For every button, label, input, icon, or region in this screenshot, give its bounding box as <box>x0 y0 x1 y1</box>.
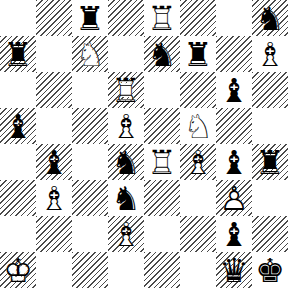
square-d3[interactable]: ♞♞ <box>108 180 144 216</box>
chess-board: ♜♜♜♖♞♞♜♜♞♘♞♞♜♜♝♗♜♖♝♝♝♝♝♗♞♘♝♝♞♞♜♖♝♗♝♝♜♜♝♗… <box>0 0 288 288</box>
square-f2[interactable] <box>180 216 216 252</box>
square-b4[interactable]: ♝♝ <box>36 144 72 180</box>
piece-backing: ♝ <box>216 72 252 108</box>
square-d8[interactable] <box>108 0 144 36</box>
piece-backing: ♝ <box>36 180 72 216</box>
square-a5[interactable]: ♝♝ <box>0 108 36 144</box>
square-f8[interactable] <box>180 0 216 36</box>
square-d7[interactable] <box>108 36 144 72</box>
white-bishop-f4: ♗ <box>180 144 216 180</box>
square-c5[interactable] <box>72 108 108 144</box>
piece-backing: ♝ <box>180 144 216 180</box>
square-a4[interactable] <box>0 144 36 180</box>
black-knight-e7: ♞ <box>144 36 180 72</box>
square-g7[interactable] <box>216 36 252 72</box>
square-d4[interactable]: ♞♞ <box>108 144 144 180</box>
square-h6[interactable] <box>252 72 288 108</box>
white-knight-f5: ♘ <box>180 108 216 144</box>
square-d1[interactable] <box>108 252 144 288</box>
square-h1[interactable]: ♚♚ <box>252 252 288 288</box>
white-rook-e8: ♖ <box>144 0 180 36</box>
piece-backing: ♜ <box>72 0 108 36</box>
square-c6[interactable] <box>72 72 108 108</box>
square-a6[interactable] <box>0 72 36 108</box>
square-h7[interactable]: ♝♗ <box>252 36 288 72</box>
square-f6[interactable] <box>180 72 216 108</box>
black-queen-g1: ♛ <box>216 252 252 288</box>
piece-backing: ♜ <box>252 144 288 180</box>
square-e8[interactable]: ♜♖ <box>144 0 180 36</box>
black-rook-c8: ♜ <box>72 0 108 36</box>
black-rook-a7: ♜ <box>0 36 36 72</box>
square-c1[interactable] <box>72 252 108 288</box>
piece-backing: ♜ <box>108 72 144 108</box>
piece-backing: ♝ <box>216 216 252 252</box>
square-a8[interactable] <box>0 0 36 36</box>
black-knight-d4: ♞ <box>108 144 144 180</box>
square-a7[interactable]: ♜♜ <box>0 36 36 72</box>
square-c8[interactable]: ♜♜ <box>72 0 108 36</box>
piece-backing: ♜ <box>144 144 180 180</box>
square-b7[interactable] <box>36 36 72 72</box>
piece-backing: ♞ <box>144 36 180 72</box>
square-g2[interactable]: ♝♝ <box>216 216 252 252</box>
square-b1[interactable] <box>36 252 72 288</box>
black-rook-f7: ♜ <box>180 36 216 72</box>
square-c3[interactable] <box>72 180 108 216</box>
white-bishop-h7: ♗ <box>252 36 288 72</box>
square-g4[interactable]: ♝♝ <box>216 144 252 180</box>
square-h8[interactable]: ♞♞ <box>252 0 288 36</box>
square-b3[interactable]: ♝♗ <box>36 180 72 216</box>
piece-backing: ♝ <box>0 108 36 144</box>
square-e1[interactable] <box>144 252 180 288</box>
square-e4[interactable]: ♜♖ <box>144 144 180 180</box>
piece-backing: ♜ <box>0 36 36 72</box>
square-e2[interactable] <box>144 216 180 252</box>
square-g8[interactable] <box>216 0 252 36</box>
piece-backing: ♟ <box>216 180 252 216</box>
black-bishop-g4: ♝ <box>216 144 252 180</box>
piece-backing: ♜ <box>180 36 216 72</box>
black-bishop-a5: ♝ <box>0 108 36 144</box>
black-knight-h8: ♞ <box>252 0 288 36</box>
piece-backing: ♝ <box>216 144 252 180</box>
square-f1[interactable] <box>180 252 216 288</box>
piece-backing: ♞ <box>108 144 144 180</box>
piece-backing: ♝ <box>108 108 144 144</box>
square-g3[interactable]: ♟♙ <box>216 180 252 216</box>
square-g5[interactable] <box>216 108 252 144</box>
square-b8[interactable] <box>36 0 72 36</box>
square-b2[interactable] <box>36 216 72 252</box>
square-e5[interactable] <box>144 108 180 144</box>
white-rook-d6: ♖ <box>108 72 144 108</box>
black-bishop-b4: ♝ <box>36 144 72 180</box>
square-c4[interactable] <box>72 144 108 180</box>
piece-backing: ♝ <box>252 36 288 72</box>
square-d6[interactable]: ♜♖ <box>108 72 144 108</box>
white-bishop-d2: ♗ <box>108 216 144 252</box>
square-c7[interactable]: ♞♘ <box>72 36 108 72</box>
piece-backing: ♝ <box>36 144 72 180</box>
square-f4[interactable]: ♝♗ <box>180 144 216 180</box>
black-bishop-g2: ♝ <box>216 216 252 252</box>
white-pawn-g3: ♙ <box>216 180 252 216</box>
square-b5[interactable] <box>36 108 72 144</box>
black-rook-h4: ♜ <box>252 144 288 180</box>
white-king-a1: ♔ <box>0 252 36 288</box>
square-f3[interactable] <box>180 180 216 216</box>
square-f7[interactable]: ♜♜ <box>180 36 216 72</box>
black-king-h1: ♚ <box>252 252 288 288</box>
square-h2[interactable] <box>252 216 288 252</box>
square-d2[interactable]: ♝♗ <box>108 216 144 252</box>
black-knight-d3: ♞ <box>108 180 144 216</box>
square-h5[interactable] <box>252 108 288 144</box>
white-knight-c7: ♘ <box>72 36 108 72</box>
piece-backing: ♝ <box>108 216 144 252</box>
square-g1[interactable]: ♛♛ <box>216 252 252 288</box>
piece-backing: ♜ <box>144 0 180 36</box>
white-bishop-b3: ♗ <box>36 180 72 216</box>
piece-backing: ♚ <box>0 252 36 288</box>
square-h3[interactable] <box>252 180 288 216</box>
square-d5[interactable]: ♝♗ <box>108 108 144 144</box>
square-f5[interactable]: ♞♘ <box>180 108 216 144</box>
white-rook-e4: ♖ <box>144 144 180 180</box>
piece-backing: ♞ <box>180 108 216 144</box>
square-a2[interactable] <box>0 216 36 252</box>
black-bishop-g6: ♝ <box>216 72 252 108</box>
white-bishop-d5: ♗ <box>108 108 144 144</box>
square-b6[interactable] <box>36 72 72 108</box>
square-h4[interactable]: ♜♜ <box>252 144 288 180</box>
piece-backing: ♞ <box>108 180 144 216</box>
square-e3[interactable] <box>144 180 180 216</box>
square-g6[interactable]: ♝♝ <box>216 72 252 108</box>
piece-backing: ♞ <box>252 0 288 36</box>
square-a3[interactable] <box>0 180 36 216</box>
piece-backing: ♚ <box>252 252 288 288</box>
piece-backing: ♞ <box>72 36 108 72</box>
square-e6[interactable] <box>144 72 180 108</box>
square-c2[interactable] <box>72 216 108 252</box>
square-e7[interactable]: ♞♞ <box>144 36 180 72</box>
piece-backing: ♛ <box>216 252 252 288</box>
square-a1[interactable]: ♚♔ <box>0 252 36 288</box>
